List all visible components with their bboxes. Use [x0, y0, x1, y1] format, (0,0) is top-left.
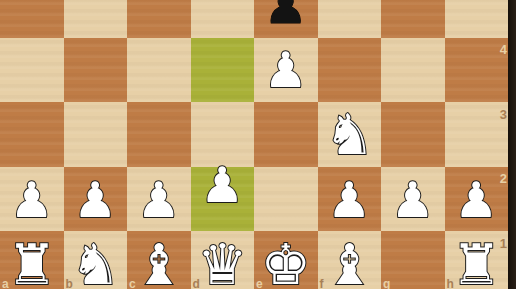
chess-board-viewport: ♟♟♞♟♟♟♟♟♟♟♜♞♝♛♚♝♜ 4321abcdefgh — [0, 0, 516, 289]
square-f2[interactable]: ♟ — [318, 167, 382, 232]
offboard-strip — [508, 0, 516, 289]
square-d4[interactable] — [191, 38, 255, 103]
white-knight-f3[interactable]: ♞ — [324, 107, 374, 163]
white-knight-b1[interactable]: ♞ — [70, 237, 120, 289]
white-pawn-g2[interactable]: ♟ — [391, 176, 435, 225]
square-e5[interactable]: ♟ — [254, 0, 318, 38]
square-b5[interactable] — [64, 0, 128, 38]
rank-label-2: 2 — [500, 172, 507, 185]
square-d5[interactable] — [191, 0, 255, 38]
black-pawn-e5[interactable]: ♟ — [264, 0, 308, 31]
white-pawn-e4[interactable]: ♟ — [264, 46, 308, 95]
white-pawn-b2[interactable]: ♟ — [73, 176, 117, 225]
white-king-e1[interactable]: ♚ — [261, 237, 311, 289]
square-a1[interactable]: ♜ — [0, 231, 64, 289]
square-a4[interactable] — [0, 38, 64, 103]
square-c4[interactable] — [127, 38, 191, 103]
white-pawn-f2[interactable]: ♟ — [327, 176, 371, 225]
square-d2[interactable]: ♟ — [191, 167, 255, 232]
white-bishop-f1[interactable]: ♝ — [324, 237, 374, 289]
square-b1[interactable]: ♞ — [64, 231, 128, 289]
square-g3[interactable] — [381, 102, 445, 167]
square-h2[interactable]: ♟ — [445, 167, 509, 232]
square-a5[interactable] — [0, 0, 64, 38]
square-h5[interactable] — [445, 0, 509, 38]
rank-label-4: 4 — [500, 43, 507, 56]
square-h1[interactable]: ♜ — [445, 231, 509, 289]
white-pawn-h2[interactable]: ♟ — [454, 176, 498, 225]
file-label-f: f — [320, 278, 324, 289]
square-a3[interactable] — [0, 102, 64, 167]
square-d1[interactable]: ♛ — [191, 231, 255, 289]
square-e3[interactable] — [254, 102, 318, 167]
white-bishop-c1[interactable]: ♝ — [134, 237, 184, 289]
square-c1[interactable]: ♝ — [127, 231, 191, 289]
square-f5[interactable] — [318, 0, 382, 38]
square-g5[interactable] — [381, 0, 445, 38]
square-c2[interactable]: ♟ — [127, 167, 191, 232]
file-label-g: g — [383, 278, 390, 289]
square-b4[interactable] — [64, 38, 128, 103]
chess-board: ♟♟♞♟♟♟♟♟♟♟♜♞♝♛♚♝♜ — [0, 0, 508, 289]
square-g4[interactable] — [381, 38, 445, 103]
square-f1[interactable]: ♝ — [318, 231, 382, 289]
square-c3[interactable] — [127, 102, 191, 167]
white-rook-h1[interactable]: ♜ — [451, 237, 501, 289]
square-h3[interactable] — [445, 102, 509, 167]
square-h4[interactable] — [445, 38, 509, 103]
square-b2[interactable]: ♟ — [64, 167, 128, 232]
white-rook-a1[interactable]: ♜ — [7, 237, 57, 289]
white-queen-d1[interactable]: ♛ — [197, 237, 247, 289]
square-c5[interactable] — [127, 0, 191, 38]
white-pawn-a2[interactable]: ♟ — [10, 176, 54, 225]
rank-label-3: 3 — [500, 108, 507, 121]
square-a2[interactable]: ♟ — [0, 167, 64, 232]
square-e1[interactable]: ♚ — [254, 231, 318, 289]
square-g1[interactable] — [381, 231, 445, 289]
square-f4[interactable] — [318, 38, 382, 103]
square-g2[interactable]: ♟ — [381, 167, 445, 232]
white-pawn-d2[interactable]: ♟ — [200, 161, 244, 210]
square-b3[interactable] — [64, 102, 128, 167]
square-e2[interactable] — [254, 167, 318, 232]
square-e4[interactable]: ♟ — [254, 38, 318, 103]
square-f3[interactable]: ♞ — [318, 102, 382, 167]
white-pawn-c2[interactable]: ♟ — [137, 176, 181, 225]
